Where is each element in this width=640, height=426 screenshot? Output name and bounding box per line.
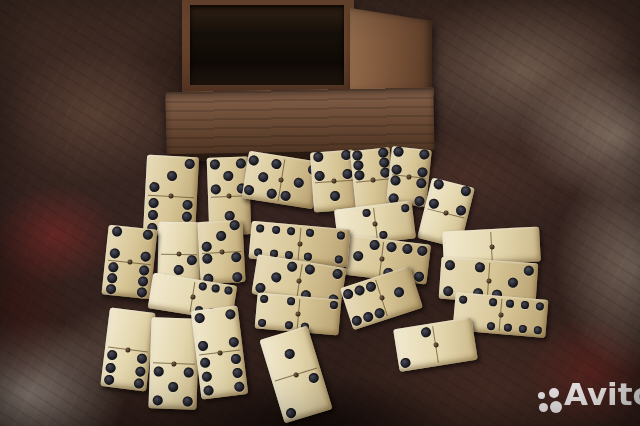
domino-pip: [393, 146, 404, 157]
domino-pip: [174, 265, 184, 275]
domino-tile-1-2: [259, 326, 332, 424]
domino-pip: [224, 286, 233, 295]
domino-pip: [386, 242, 397, 253]
domino-tile-4-4: [386, 146, 432, 207]
domino-pip: [105, 362, 116, 373]
domino-pip: [280, 191, 291, 202]
domino-pip: [181, 212, 192, 223]
domino-pip: [420, 326, 431, 337]
domino-half-6: [350, 147, 393, 182]
domino-pip: [271, 158, 282, 169]
domino-half-4: [199, 251, 246, 284]
domino-pip: [401, 204, 410, 213]
domino-pip: [414, 196, 425, 207]
domino-pip: [233, 381, 244, 392]
domino-pip: [200, 357, 211, 368]
domino-half-2: [393, 323, 438, 372]
domino-pip: [202, 242, 213, 253]
domino-half-0: [491, 226, 541, 263]
domino-pip: [231, 252, 242, 263]
domino-pip: [504, 324, 513, 333]
domino-pip: [271, 225, 280, 234]
domino-pip: [353, 284, 366, 297]
domino-pip: [202, 371, 213, 382]
domino-pip: [256, 224, 265, 233]
domino-pip: [258, 318, 267, 327]
domino-pip: [287, 227, 296, 236]
domino-half-6: [100, 347, 150, 391]
domino-pip: [182, 199, 193, 210]
domino-half-5: [148, 363, 198, 410]
domino-pip: [198, 282, 207, 291]
domino-pip: [135, 366, 146, 377]
domino-pip: [475, 262, 486, 273]
domino-pip: [104, 374, 115, 385]
domino-pip: [153, 366, 163, 376]
domino-pip: [314, 171, 325, 182]
domino-tile-3-4: [197, 220, 245, 284]
domino-pip: [209, 159, 219, 169]
domino-pip: [244, 185, 255, 196]
domino-pip: [459, 295, 468, 304]
domino-pip: [184, 159, 195, 170]
watermark: Avito: [536, 374, 640, 420]
domino-pip: [508, 277, 519, 288]
domino-half-0: [433, 317, 478, 366]
domino-half-0: [148, 273, 195, 315]
domino-pip: [257, 171, 268, 182]
domino-pip: [232, 367, 243, 378]
domino-pip: [210, 184, 220, 194]
domino-pip: [304, 264, 315, 275]
watermark-text: Avito: [564, 376, 640, 412]
photo-scene: Avito: [0, 0, 640, 426]
avito-dots-logo-icon: [538, 380, 564, 416]
domino-pip: [352, 251, 363, 262]
domino-pip: [248, 154, 259, 165]
domino-pip: [107, 350, 118, 361]
domino-pip: [329, 301, 338, 310]
domino-pip: [313, 152, 324, 163]
domino-pip: [168, 381, 178, 391]
domino-pip: [419, 149, 430, 160]
domino-pip: [143, 230, 154, 241]
domino-pip: [362, 311, 375, 324]
domino-pip: [486, 322, 495, 331]
domino-pip: [107, 273, 118, 284]
domino-half-4: [389, 146, 432, 178]
domino-pip: [183, 396, 193, 406]
domino-pip: [228, 337, 239, 348]
domino-pip: [401, 244, 412, 255]
domino-half-4: [310, 150, 356, 182]
domino-half-3: [145, 155, 199, 197]
domino-pip: [285, 407, 297, 419]
domino-half-6: [101, 260, 153, 299]
domino-pip: [149, 197, 160, 208]
domino-pip: [215, 231, 226, 242]
domino-pip: [519, 325, 528, 334]
domino-pip: [187, 255, 197, 265]
domino-pip: [303, 253, 312, 262]
domino-pip: [224, 309, 235, 320]
domino-pip: [211, 284, 220, 293]
domino-pip: [108, 262, 119, 273]
domino-pip: [442, 286, 453, 297]
domino-half-0: [105, 307, 155, 351]
domino-pip: [285, 320, 294, 329]
domino-pip: [271, 272, 282, 283]
domino-pip: [369, 240, 380, 251]
domino-pip: [533, 326, 542, 335]
domino-pip: [287, 297, 296, 306]
domino-pip: [506, 299, 515, 308]
domino-pip: [138, 276, 149, 287]
domino-pip: [413, 271, 424, 282]
domino-pip: [136, 353, 147, 364]
domino-pip: [137, 287, 148, 298]
domino-pip: [432, 179, 444, 191]
domino-pip: [488, 298, 497, 307]
domino-pip: [307, 371, 319, 383]
domino-tile-5-3: [242, 151, 321, 210]
domino-pip: [337, 231, 346, 240]
domino-half-0: [158, 222, 201, 254]
domino-half-6: [499, 296, 548, 338]
domino-pip: [236, 158, 246, 168]
domino-half-6: [196, 350, 248, 399]
domino-pip: [167, 171, 178, 182]
domino-pip: [105, 283, 116, 294]
domino-tile-0-6: [100, 307, 155, 391]
domino-pip: [444, 259, 455, 270]
domino-pip: [416, 245, 427, 256]
domino-half-4: [105, 225, 157, 264]
domino-pip: [150, 182, 161, 193]
domino-pip: [524, 265, 535, 276]
domino-pip: [330, 191, 341, 202]
domino-pip: [460, 186, 472, 198]
domino-half-4: [191, 305, 243, 354]
domino-pip: [195, 312, 206, 323]
domino-half-3: [197, 220, 244, 253]
domino-tile-2-0: [393, 317, 478, 372]
domino-pip: [283, 347, 295, 359]
domino-pip: [342, 288, 355, 301]
domino-half-4: [255, 292, 299, 331]
domino-pip: [223, 171, 233, 181]
domino-pip: [230, 353, 241, 364]
domino-pip: [152, 395, 162, 405]
domino-pip: [202, 253, 213, 264]
domino-pip: [351, 314, 364, 327]
domino-pip: [390, 175, 401, 186]
domino-pip: [335, 255, 344, 264]
domino-pip: [148, 210, 159, 221]
domino-pip: [232, 271, 243, 282]
domino-pip: [416, 178, 427, 189]
domino-pip: [229, 221, 240, 232]
domino-pip: [140, 251, 151, 262]
domino-half-2: [373, 200, 416, 242]
domino-pip: [354, 170, 365, 181]
domino-tile-0-5: [148, 317, 199, 410]
domino-pip: [293, 177, 304, 188]
domino-pip: [332, 268, 343, 279]
domino-pip: [203, 385, 214, 396]
domino-tile-4-6: [191, 305, 248, 399]
domino-pip: [184, 367, 194, 377]
domino-pip: [109, 248, 120, 259]
domino-pip: [535, 302, 544, 311]
domino-pip: [362, 208, 371, 217]
domino-tile-4-6: [101, 225, 157, 300]
domino-pip: [260, 295, 269, 304]
domino-tiles-layer: [0, 0, 640, 426]
domino-pip: [111, 226, 122, 237]
domino-pip: [139, 265, 150, 276]
domino-pip: [266, 188, 277, 199]
domino-pip: [198, 340, 209, 351]
domino-pip: [521, 301, 530, 310]
domino-pip: [400, 357, 411, 368]
domino-pip: [306, 228, 315, 237]
domino-pip: [287, 261, 298, 272]
domino-pip: [393, 286, 406, 299]
domino-pip: [133, 378, 144, 389]
